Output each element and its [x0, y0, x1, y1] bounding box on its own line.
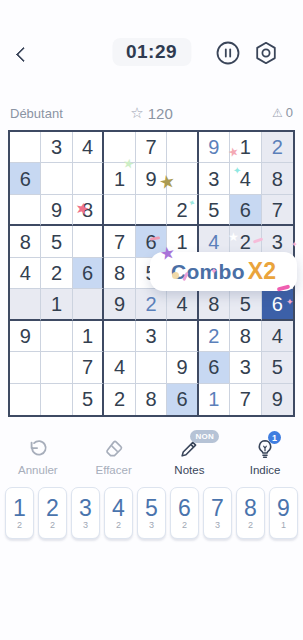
cell-r2c8[interactable]: 4: [230, 163, 261, 194]
cell-r3c8[interactable]: 6: [230, 195, 261, 226]
notes-label: Notes: [174, 464, 204, 476]
cell-r2c9[interactable]: 8: [262, 163, 293, 194]
cell-r1c8[interactable]: 1: [230, 132, 261, 163]
key-digit: 1: [13, 497, 26, 520]
cell-r9c3[interactable]: 5: [73, 384, 104, 415]
erase-label: Effacer: [96, 464, 132, 476]
numpad-key-7[interactable]: 73: [203, 487, 232, 539]
cell-r1c1[interactable]: [10, 132, 41, 163]
undo-icon: [25, 437, 51, 461]
cell-r6c2[interactable]: 1: [41, 289, 72, 320]
cell-r6c5[interactable]: 2: [136, 289, 167, 320]
key-remaining-count: 2: [182, 521, 187, 530]
cell-r8c9[interactable]: 5: [262, 352, 293, 383]
cell-r3c1[interactable]: [10, 195, 41, 226]
cell-r8c6[interactable]: 9: [167, 352, 198, 383]
undo-button[interactable]: Annuler: [0, 437, 76, 483]
key-remaining-count: 1: [281, 521, 286, 530]
cell-r1c9[interactable]: 2: [262, 132, 293, 163]
cell-r2c7[interactable]: 3: [199, 163, 230, 194]
cell-r6c9[interactable]: 6: [262, 289, 293, 320]
undo-label: Annuler: [18, 464, 58, 476]
cell-r9c6[interactable]: 6: [167, 384, 198, 415]
key-remaining-count: 2: [50, 521, 55, 530]
status-bar: Débutant ☆ 120 ⚠ 0: [0, 104, 303, 124]
cell-r9c8[interactable]: 7: [230, 384, 261, 415]
difficulty-label: Débutant: [10, 106, 63, 121]
cell-r7c1[interactable]: 9: [10, 321, 41, 352]
cell-r5c1[interactable]: 4: [10, 258, 41, 289]
cell-r8c4[interactable]: 4: [104, 352, 135, 383]
key-digit: 4: [112, 497, 125, 520]
cell-r9c5[interactable]: 8: [136, 384, 167, 415]
cell-r5c2[interactable]: 2: [41, 258, 72, 289]
hint-button[interactable]: 1 Indice: [227, 437, 303, 483]
cell-r7c5[interactable]: 3: [136, 321, 167, 352]
cell-r2c3[interactable]: [73, 163, 104, 194]
combo-banner: Combo X2: [150, 252, 297, 291]
cell-r1c5[interactable]: 7: [136, 132, 167, 163]
key-remaining-count: 2: [248, 521, 253, 530]
mistakes-value: 0: [286, 105, 293, 120]
notes-button[interactable]: NON Notes: [152, 437, 228, 483]
cell-r6c1[interactable]: [10, 289, 41, 320]
cell-r7c3[interactable]: 1: [73, 321, 104, 352]
cell-r7c4[interactable]: [104, 321, 135, 352]
numpad-key-2[interactable]: 22: [38, 487, 67, 539]
key-digit: 9: [277, 497, 290, 520]
notes-toggle-badge: NON: [190, 430, 219, 443]
number-pad: 122233425362738291: [0, 487, 303, 539]
score-value: 120: [148, 105, 173, 122]
cell-r2c5[interactable]: 9: [136, 163, 167, 194]
star-icon: ☆: [130, 104, 143, 122]
key-digit: 3: [79, 497, 92, 520]
key-remaining-count: 3: [215, 521, 220, 530]
cell-r6c3[interactable]: [73, 289, 104, 320]
back-chevron-icon: [16, 47, 32, 63]
cell-r9c4[interactable]: 2: [104, 384, 135, 415]
cell-r8c8[interactable]: 3: [230, 352, 261, 383]
cell-r4c1[interactable]: 8: [10, 226, 41, 257]
cell-r9c2[interactable]: [41, 384, 72, 415]
cell-r3c5[interactable]: [136, 195, 167, 226]
eraser-icon: [101, 437, 127, 461]
cell-r4c2[interactable]: 5: [41, 226, 72, 257]
cell-r2c1[interactable]: 6: [10, 163, 41, 194]
key-remaining-count: 2: [17, 521, 22, 530]
pause-icon: [215, 40, 241, 66]
cell-r2c6[interactable]: [167, 163, 198, 194]
cell-r3c2[interactable]: 9: [41, 195, 72, 226]
cell-r9c9[interactable]: 9: [262, 384, 293, 415]
numpad-key-3[interactable]: 33: [71, 487, 100, 539]
key-digit: 8: [244, 497, 257, 520]
cell-r9c1[interactable]: [10, 384, 41, 415]
combo-label: Combo: [171, 260, 245, 284]
cell-r1c4[interactable]: [104, 132, 135, 163]
key-remaining-count: 3: [149, 521, 154, 530]
cell-r1c2[interactable]: 3: [41, 132, 72, 163]
cell-r1c3[interactable]: 4: [73, 132, 104, 163]
score: ☆ 120: [130, 104, 172, 122]
cell-r8c3[interactable]: 7: [73, 352, 104, 383]
gear-icon: [253, 40, 279, 66]
cell-r3c6[interactable]: 2: [167, 195, 198, 226]
numpad-key-6[interactable]: 62: [170, 487, 199, 539]
cell-r1c6[interactable]: [167, 132, 198, 163]
cell-r4c4[interactable]: 7: [104, 226, 135, 257]
mistakes: ⚠ 0: [272, 105, 293, 120]
key-digit: 7: [211, 497, 224, 520]
numpad-key-1[interactable]: 12: [5, 487, 34, 539]
numpad-key-5[interactable]: 53: [137, 487, 166, 539]
cell-r6c4[interactable]: 9: [104, 289, 135, 320]
key-digit: 6: [178, 497, 191, 520]
cell-r7c6[interactable]: [167, 321, 198, 352]
cell-r8c7[interactable]: 6: [199, 352, 230, 383]
cell-r7c8[interactable]: 8: [230, 321, 261, 352]
settings-button[interactable]: [253, 40, 279, 66]
toolbar: Annuler Effacer NON Notes: [0, 437, 303, 483]
cell-r7c7[interactable]: 2: [199, 321, 230, 352]
top-bar: 01:29: [0, 38, 303, 72]
cell-r7c9[interactable]: 4: [262, 321, 293, 352]
cell-r8c5[interactable]: [136, 352, 167, 383]
combo-multiplier: X2: [248, 258, 276, 285]
cell-r5c3[interactable]: 6: [73, 258, 104, 289]
key-digit: 2: [46, 497, 59, 520]
cell-r3c7[interactable]: 5: [199, 195, 230, 226]
cell-r6c7[interactable]: 8: [199, 289, 230, 320]
key-digit: 5: [145, 497, 158, 520]
cell-r8c1[interactable]: [10, 352, 41, 383]
numpad-key-8[interactable]: 82: [236, 487, 265, 539]
pause-button[interactable]: [215, 40, 241, 66]
sudoku-app: 01:29 Débutant ☆ 120 ⚠ 0 3479126193: [0, 0, 303, 640]
cell-r6c8[interactable]: 5: [230, 289, 261, 320]
cell-r5c4[interactable]: 8: [104, 258, 135, 289]
cell-r1c7[interactable]: 9: [199, 132, 230, 163]
cell-r4c3[interactable]: [73, 226, 104, 257]
numpad-key-4[interactable]: 42: [104, 487, 133, 539]
timer-value: 01:29: [126, 41, 177, 62]
numpad-key-9[interactable]: 91: [269, 487, 298, 539]
erase-button[interactable]: Effacer: [76, 437, 152, 483]
warning-icon: ⚠: [272, 106, 283, 120]
cell-r6c6[interactable]: 4: [167, 289, 198, 320]
lightbulb-icon: 1: [252, 437, 278, 461]
pencil-icon: NON: [176, 437, 202, 461]
cell-r3c4[interactable]: [104, 195, 135, 226]
cell-r9c7[interactable]: 1: [199, 384, 230, 415]
key-remaining-count: 2: [116, 521, 121, 530]
cell-r7c2[interactable]: [41, 321, 72, 352]
back-button[interactable]: [14, 46, 30, 62]
cell-r3c9[interactable]: 7: [262, 195, 293, 226]
cell-r3c3[interactable]: 8: [73, 195, 104, 226]
hint-count-badge: 1: [268, 431, 281, 444]
cell-r8c2[interactable]: [41, 352, 72, 383]
hint-label: Indice: [250, 464, 281, 476]
timer: 01:29: [112, 38, 191, 66]
cell-r2c4[interactable]: 1: [104, 163, 135, 194]
key-remaining-count: 3: [83, 521, 88, 530]
cell-r2c2[interactable]: [41, 163, 72, 194]
